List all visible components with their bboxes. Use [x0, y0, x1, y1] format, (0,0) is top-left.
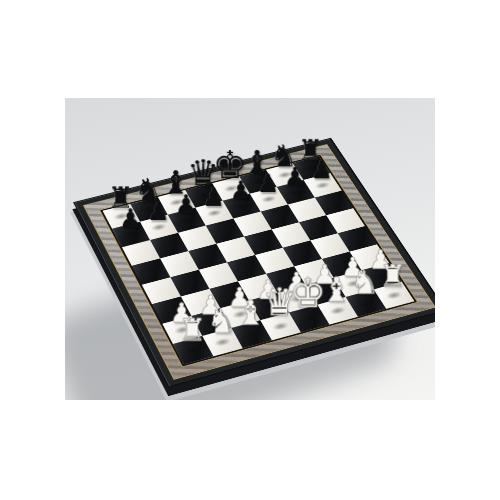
- white-knight[interactable]: ♞: [350, 266, 379, 299]
- chess-board: ♜♞♝♛♚♝♞♜♟♟♟♟♟♟♟♟♟♟♟♟♟♟♟♟♜♞♝♛♚♝♞♜: [73, 138, 435, 388]
- white-rook[interactable]: ♜: [178, 315, 206, 346]
- black-pawn[interactable]: ♟: [310, 157, 332, 182]
- white-knight[interactable]: ♞: [207, 304, 237, 337]
- board-scene: ♜♞♝♛♚♝♞♜♟♟♟♟♟♟♟♟♟♟♟♟♟♟♟♟♜♞♝♛♚♝♞♜: [65, 98, 435, 400]
- white-rook[interactable]: ♜: [379, 261, 406, 292]
- white-bishop[interactable]: ♝: [235, 296, 266, 330]
- black-pawn[interactable]: ♟: [202, 184, 225, 209]
- black-pawn[interactable]: ♟: [230, 177, 253, 202]
- black-pawn[interactable]: ♟: [147, 198, 170, 224]
- white-queen[interactable]: ♛: [262, 283, 296, 321]
- black-pawn[interactable]: ♟: [257, 171, 280, 196]
- black-pawn[interactable]: ♟: [119, 205, 142, 231]
- photo-backdrop: ♜♞♝♛♚♝♞♜♟♟♟♟♟♟♟♟♟♟♟♟♟♟♟♟♜♞♝♛♚♝♞♜: [65, 98, 435, 400]
- black-pawn[interactable]: ♟: [175, 191, 198, 217]
- black-pawn[interactable]: ♟: [284, 164, 307, 189]
